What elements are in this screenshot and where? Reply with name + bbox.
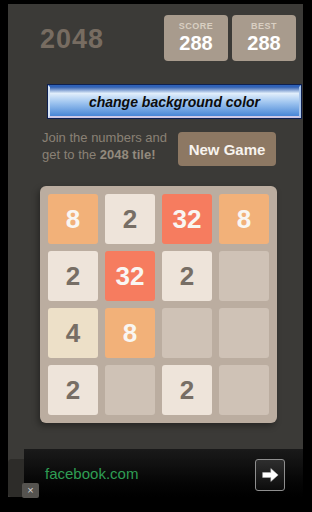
tile-r2c0: 4 [48,308,98,358]
best-label: BEST [251,21,277,31]
tile-r3c0: 2 [48,365,98,415]
instructions-line2: get to the 2048 tile! [42,146,167,163]
tile-r2c3 [219,308,269,358]
ad-link[interactable]: facebook.com [45,465,138,482]
tile-r0c2: 32 [162,194,212,244]
game-screen: 2048 SCORE 288 BEST 288 change backgroun… [8,4,303,497]
right-arrow-icon [260,466,280,484]
game-instructions: Join the numbers and get to the 2048 til… [42,129,167,163]
change-background-button[interactable]: change background color [48,85,301,118]
score-value: 288 [179,32,212,55]
score-panel: SCORE 288 BEST 288 [164,15,296,61]
tile-r1c3 [219,251,269,301]
new-game-button[interactable]: New Game [178,132,276,166]
tile-r1c0: 2 [48,251,98,301]
score-label: SCORE [179,21,214,31]
best-value: 288 [247,32,280,55]
tile-r1c1: 32 [105,251,155,301]
score-box: SCORE 288 [164,15,228,61]
tile-r0c0: 8 [48,194,98,244]
instructions-line1: Join the numbers and [42,129,167,146]
ad-arrow-button[interactable] [255,459,285,491]
app-title: 2048 [40,24,104,55]
tile-r2c2 [162,308,212,358]
tile-r3c2: 2 [162,365,212,415]
tile-r0c3: 8 [219,194,269,244]
tile-r2c1: 8 [105,308,155,358]
tile-r3c1 [105,365,155,415]
screen: 2048 SCORE 288 BEST 288 change backgroun… [0,0,312,512]
game-board[interactable]: 8 2 32 8 2 32 2 4 8 2 2 [40,186,277,423]
ad-close-button[interactable]: × [22,483,39,498]
tile-r3c3 [219,365,269,415]
best-box: BEST 288 [232,15,296,61]
ad-banner[interactable]: facebook.com [24,449,303,497]
tile-r1c2: 2 [162,251,212,301]
tile-r0c1: 2 [105,194,155,244]
